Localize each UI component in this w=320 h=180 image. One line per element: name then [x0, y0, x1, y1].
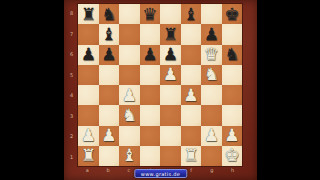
white-rook: ♜: [183, 147, 198, 164]
black-pawn: ♟: [204, 26, 219, 43]
black-knight: ♞: [224, 46, 239, 63]
square-h1[interactable]: ♚: [222, 146, 243, 166]
square-c3[interactable]: ♞: [119, 105, 140, 125]
rank-label-5: 5: [67, 65, 76, 86]
square-c6[interactable]: [119, 45, 140, 65]
square-d3[interactable]: [140, 105, 161, 125]
black-pawn: ♟: [81, 46, 96, 63]
white-pawn: ♟: [183, 87, 198, 104]
white-rook: ♜: [81, 147, 96, 164]
square-g7[interactable]: ♟: [201, 24, 222, 44]
square-d8[interactable]: ♛: [140, 4, 161, 24]
black-knight: ♞: [101, 6, 116, 23]
square-a6[interactable]: ♟: [78, 45, 99, 65]
square-a2[interactable]: ♟: [78, 126, 99, 146]
square-b6[interactable]: ♟: [99, 45, 120, 65]
square-b2[interactable]: ♟: [99, 126, 120, 146]
rank-label-4: 4: [67, 85, 76, 106]
square-e3[interactable]: [160, 105, 181, 125]
square-d1[interactable]: [140, 146, 161, 166]
square-f1[interactable]: ♜: [181, 146, 202, 166]
square-b4[interactable]: [99, 85, 120, 105]
rank-label-6: 6: [67, 44, 76, 65]
square-f6[interactable]: [181, 45, 202, 65]
square-e5[interactable]: ♟: [160, 65, 181, 85]
square-d5[interactable]: [140, 65, 161, 85]
square-h6[interactable]: ♞: [222, 45, 243, 65]
square-h8[interactable]: ♚: [222, 4, 243, 24]
square-f4[interactable]: ♟: [181, 85, 202, 105]
watermark-button[interactable]: www.gratis.de: [134, 169, 187, 178]
square-c7[interactable]: [119, 24, 140, 44]
square-e7[interactable]: ♜: [160, 24, 181, 44]
black-bishop: ♝: [101, 26, 116, 43]
black-rook: ♜: [163, 26, 178, 43]
square-b8[interactable]: ♞: [99, 4, 120, 24]
square-f8[interactable]: ♝: [181, 4, 202, 24]
square-h5[interactable]: [222, 65, 243, 85]
square-a8[interactable]: ♜: [78, 4, 99, 24]
square-a7[interactable]: [78, 24, 99, 44]
square-c4[interactable]: ♟: [119, 85, 140, 105]
square-c1[interactable]: ♝: [119, 146, 140, 166]
rank-label-7: 7: [67, 24, 76, 45]
square-h7[interactable]: [222, 24, 243, 44]
square-e4[interactable]: [160, 85, 181, 105]
square-a3[interactable]: [78, 105, 99, 125]
black-pawn: ♟: [163, 46, 178, 63]
white-queen: ♛: [204, 46, 219, 63]
white-pawn: ♟: [122, 87, 137, 104]
square-b3[interactable]: [99, 105, 120, 125]
white-king: ♚: [224, 147, 239, 164]
white-knight: ♞: [122, 107, 137, 124]
square-c5[interactable]: [119, 65, 140, 85]
file-label-h: h: [222, 166, 243, 173]
square-b5[interactable]: [99, 65, 120, 85]
square-g4[interactable]: [201, 85, 222, 105]
square-a4[interactable]: [78, 85, 99, 105]
black-bishop: ♝: [183, 6, 198, 23]
board-frame: 87654321 ♜♞♛♝♚♝♜♟♟♟♟♟♛♞♟♞♟♟♞♟♟♟♟♜♝♜♚ abc…: [64, 0, 257, 180]
chess-board: ♜♞♛♝♚♝♜♟♟♟♟♟♛♞♟♞♟♟♞♟♟♟♟♜♝♜♚: [77, 3, 243, 167]
black-pawn: ♟: [101, 46, 116, 63]
rank-label-8: 8: [67, 3, 76, 24]
file-label-b: b: [98, 166, 119, 173]
square-f5[interactable]: [181, 65, 202, 85]
black-pawn: ♟: [142, 46, 157, 63]
square-e2[interactable]: [160, 126, 181, 146]
square-e1[interactable]: [160, 146, 181, 166]
white-knight: ♞: [204, 66, 219, 83]
rank-labels: 87654321: [67, 3, 76, 167]
square-d4[interactable]: [140, 85, 161, 105]
file-label-a: a: [77, 166, 98, 173]
white-pawn: ♟: [101, 127, 116, 144]
square-f7[interactable]: [181, 24, 202, 44]
square-d2[interactable]: [140, 126, 161, 146]
white-pawn: ♟: [224, 127, 239, 144]
square-f2[interactable]: [181, 126, 202, 146]
square-a5[interactable]: [78, 65, 99, 85]
white-bishop: ♝: [122, 147, 137, 164]
square-d6[interactable]: ♟: [140, 45, 161, 65]
rank-label-2: 2: [67, 126, 76, 147]
black-queen: ♛: [142, 6, 157, 23]
square-c2[interactable]: [119, 126, 140, 146]
square-a1[interactable]: ♜: [78, 146, 99, 166]
square-g2[interactable]: ♟: [201, 126, 222, 146]
black-rook: ♜: [81, 6, 96, 23]
black-king: ♚: [224, 6, 239, 23]
white-pawn: ♟: [163, 66, 178, 83]
white-pawn: ♟: [204, 127, 219, 144]
square-h2[interactable]: ♟: [222, 126, 243, 146]
square-g3[interactable]: [201, 105, 222, 125]
rank-label-1: 1: [67, 147, 76, 168]
chess-diagram: 87654321 ♜♞♛♝♚♝♜♟♟♟♟♟♛♞♟♞♟♟♞♟♟♟♟♜♝♜♚ abc…: [0, 0, 320, 180]
square-b7[interactable]: ♝: [99, 24, 120, 44]
rank-label-3: 3: [67, 106, 76, 127]
square-g6[interactable]: ♛: [201, 45, 222, 65]
square-g1[interactable]: [201, 146, 222, 166]
square-e8[interactable]: [160, 4, 181, 24]
square-h4[interactable]: [222, 85, 243, 105]
square-e6[interactable]: ♟: [160, 45, 181, 65]
file-label-g: g: [202, 166, 223, 173]
square-g8[interactable]: [201, 4, 222, 24]
square-h3[interactable]: [222, 105, 243, 125]
square-d7[interactable]: [140, 24, 161, 44]
square-c8[interactable]: [119, 4, 140, 24]
square-f3[interactable]: [181, 105, 202, 125]
white-pawn: ♟: [81, 127, 96, 144]
square-g5[interactable]: ♞: [201, 65, 222, 85]
square-b1[interactable]: [99, 146, 120, 166]
